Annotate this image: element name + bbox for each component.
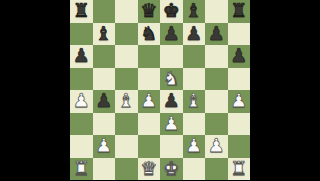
piece-white-bishop[interactable]: ♝ [118,90,135,113]
square-b7[interactable]: ♝ [93,23,116,46]
square-a4[interactable]: ♟ [70,90,93,113]
piece-black-pawn[interactable]: ♟ [230,45,247,68]
square-g4[interactable] [205,90,228,113]
square-h6[interactable]: ♟ [228,45,251,68]
square-b1[interactable] [93,158,116,181]
square-a2[interactable] [70,135,93,158]
piece-white-pawn[interactable]: ♟ [185,135,202,158]
square-d4[interactable]: ♟ [138,90,161,113]
piece-black-pawn[interactable]: ♟ [73,45,90,68]
square-e3[interactable]: ♟ [160,113,183,136]
square-g3[interactable] [205,113,228,136]
square-f7[interactable]: ♟ [183,23,206,46]
square-f6[interactable] [183,45,206,68]
square-f5[interactable] [183,68,206,91]
piece-black-pawn[interactable]: ♟ [163,90,180,113]
piece-black-bishop[interactable]: ♝ [185,0,202,23]
square-b2[interactable]: ♟ [93,135,116,158]
square-e4[interactable]: ♟ [160,90,183,113]
square-h1[interactable]: ♜ [228,158,251,181]
square-d6[interactable] [138,45,161,68]
square-e7[interactable]: ♟ [160,23,183,46]
square-g7[interactable]: ♟ [205,23,228,46]
chess-board: ♜♛♚♝♜♝♞♟♟♟♟♟♞♟♟♝♟♟♝♟♟♟♟♟♜♛♚♜ [70,0,250,180]
square-c7[interactable] [115,23,138,46]
square-b8[interactable] [93,0,116,23]
square-f8[interactable]: ♝ [183,0,206,23]
square-h4[interactable]: ♟ [228,90,251,113]
square-c5[interactable] [115,68,138,91]
square-a8[interactable]: ♜ [70,0,93,23]
square-c4[interactable]: ♝ [115,90,138,113]
piece-white-pawn[interactable]: ♟ [140,90,157,113]
square-b3[interactable] [93,113,116,136]
piece-white-pawn[interactable]: ♟ [230,90,247,113]
piece-white-bishop[interactable]: ♝ [185,90,202,113]
piece-black-knight[interactable]: ♞ [140,23,157,46]
square-a6[interactable]: ♟ [70,45,93,68]
piece-black-king[interactable]: ♚ [163,0,180,23]
piece-white-queen[interactable]: ♛ [140,158,157,181]
square-b5[interactable] [93,68,116,91]
piece-white-pawn[interactable]: ♟ [73,90,90,113]
piece-black-rook[interactable]: ♜ [230,0,247,23]
square-g6[interactable] [205,45,228,68]
square-c3[interactable] [115,113,138,136]
square-e2[interactable] [160,135,183,158]
piece-white-rook[interactable]: ♜ [73,158,90,181]
square-g2[interactable]: ♟ [205,135,228,158]
square-c8[interactable] [115,0,138,23]
piece-white-pawn[interactable]: ♟ [95,135,112,158]
square-h7[interactable] [228,23,251,46]
square-h2[interactable] [228,135,251,158]
piece-white-rook[interactable]: ♜ [230,158,247,181]
square-h3[interactable] [228,113,251,136]
square-d8[interactable]: ♛ [138,0,161,23]
piece-black-pawn[interactable]: ♟ [185,23,202,46]
square-c2[interactable] [115,135,138,158]
piece-black-pawn[interactable]: ♟ [208,23,225,46]
piece-white-knight[interactable]: ♞ [163,68,180,91]
square-a5[interactable] [70,68,93,91]
piece-white-pawn[interactable]: ♟ [208,135,225,158]
square-e6[interactable] [160,45,183,68]
square-a3[interactable] [70,113,93,136]
square-h5[interactable] [228,68,251,91]
piece-black-rook[interactable]: ♜ [73,0,90,23]
square-c6[interactable] [115,45,138,68]
square-g5[interactable] [205,68,228,91]
square-a1[interactable]: ♜ [70,158,93,181]
square-f2[interactable]: ♟ [183,135,206,158]
piece-black-bishop[interactable]: ♝ [95,23,112,46]
piece-white-pawn[interactable]: ♟ [163,113,180,136]
square-c1[interactable] [115,158,138,181]
square-b4[interactable]: ♟ [93,90,116,113]
piece-white-king[interactable]: ♚ [163,158,180,181]
square-e8[interactable]: ♚ [160,0,183,23]
square-f4[interactable]: ♝ [183,90,206,113]
square-e1[interactable]: ♚ [160,158,183,181]
square-a7[interactable] [70,23,93,46]
piece-black-queen[interactable]: ♛ [140,0,157,23]
square-h8[interactable]: ♜ [228,0,251,23]
square-e5[interactable]: ♞ [160,68,183,91]
square-g1[interactable] [205,158,228,181]
square-f1[interactable] [183,158,206,181]
square-d3[interactable] [138,113,161,136]
app-background: ♜♛♚♝♜♝♞♟♟♟♟♟♞♟♟♝♟♟♝♟♟♟♟♟♜♛♚♜ [0,0,320,180]
square-b6[interactable] [93,45,116,68]
square-d1[interactable]: ♛ [138,158,161,181]
square-g8[interactable] [205,0,228,23]
square-f3[interactable] [183,113,206,136]
square-d7[interactable]: ♞ [138,23,161,46]
square-d2[interactable] [138,135,161,158]
piece-black-pawn[interactable]: ♟ [163,23,180,46]
square-d5[interactable] [138,68,161,91]
piece-black-pawn[interactable]: ♟ [95,90,112,113]
